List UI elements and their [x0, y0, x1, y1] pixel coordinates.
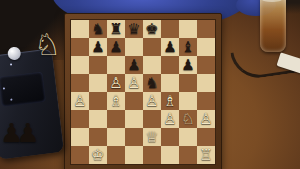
- square-e1[interactable]: [143, 146, 161, 164]
- photo-scene: ♞♜♛♚♟♟♟♝♟♟♙♙♞♙♗♙♗♙♘♙♕♔♖ ♘ ♟♟: [0, 0, 300, 169]
- square-b8[interactable]: ♞: [89, 20, 107, 38]
- square-e5[interactable]: ♞: [143, 74, 161, 92]
- white-bishop[interactable]: ♗: [109, 92, 122, 110]
- square-d3[interactable]: [125, 110, 143, 128]
- square-d6[interactable]: ♟: [125, 56, 143, 74]
- square-b3[interactable]: [89, 110, 107, 128]
- square-a8[interactable]: [71, 20, 89, 38]
- square-h3[interactable]: ♙: [197, 110, 215, 128]
- square-a2[interactable]: [71, 128, 89, 146]
- black-king[interactable]: ♚: [145, 20, 158, 38]
- square-f8[interactable]: [161, 20, 179, 38]
- square-c1[interactable]: [107, 146, 125, 164]
- square-c3[interactable]: [107, 110, 125, 128]
- clock-lever-button[interactable]: [7, 46, 21, 60]
- square-f6[interactable]: [161, 56, 179, 74]
- black-pawn[interactable]: ♟: [181, 56, 194, 74]
- square-d8[interactable]: ♛: [125, 20, 143, 38]
- white-pawn[interactable]: ♙: [199, 110, 212, 128]
- square-e3[interactable]: [143, 110, 161, 128]
- square-h6[interactable]: [197, 56, 215, 74]
- square-a1[interactable]: [71, 146, 89, 164]
- white-pawn[interactable]: ♙: [73, 92, 86, 110]
- square-h8[interactable]: [197, 20, 215, 38]
- drinking-glass: [260, 0, 286, 52]
- square-a4[interactable]: ♙: [71, 92, 89, 110]
- square-f7[interactable]: ♟: [161, 38, 179, 56]
- square-c2[interactable]: [107, 128, 125, 146]
- glass-rim: [262, 0, 282, 2]
- square-g7[interactable]: ♝: [179, 38, 197, 56]
- square-c7[interactable]: ♟: [107, 38, 125, 56]
- square-f2[interactable]: [161, 128, 179, 146]
- square-g4[interactable]: [179, 92, 197, 110]
- square-b4[interactable]: [89, 92, 107, 110]
- square-g1[interactable]: [179, 146, 197, 164]
- white-rook[interactable]: ♖: [199, 146, 212, 164]
- square-c4[interactable]: ♗: [107, 92, 125, 110]
- square-d5[interactable]: ♙: [125, 74, 143, 92]
- square-c6[interactable]: [107, 56, 125, 74]
- white-pawn[interactable]: ♙: [109, 74, 122, 92]
- square-g5[interactable]: [179, 74, 197, 92]
- white-pawn[interactable]: ♙: [127, 74, 140, 92]
- square-h2[interactable]: [197, 128, 215, 146]
- square-b1[interactable]: ♔: [89, 146, 107, 164]
- square-e6[interactable]: [143, 56, 161, 74]
- square-e4[interactable]: ♙: [143, 92, 161, 110]
- square-f1[interactable]: [161, 146, 179, 164]
- square-b2[interactable]: [89, 128, 107, 146]
- square-d1[interactable]: [125, 146, 143, 164]
- square-c5[interactable]: ♙: [107, 74, 125, 92]
- square-a6[interactable]: [71, 56, 89, 74]
- black-queen[interactable]: ♛: [127, 20, 140, 38]
- square-g6[interactable]: ♟: [179, 56, 197, 74]
- white-queen[interactable]: ♕: [145, 128, 158, 146]
- black-pawn[interactable]: ♟: [127, 56, 140, 74]
- white-bishop[interactable]: ♗: [163, 92, 176, 110]
- square-h4[interactable]: [197, 92, 215, 110]
- square-d4[interactable]: [125, 92, 143, 110]
- square-a3[interactable]: [71, 110, 89, 128]
- black-bishop[interactable]: ♝: [181, 38, 194, 56]
- square-h5[interactable]: [197, 74, 215, 92]
- chess-board-frame: ♞♜♛♚♟♟♟♝♟♟♙♙♞♙♗♙♗♙♘♙♕♔♖: [64, 13, 222, 169]
- black-knight[interactable]: ♞: [145, 74, 158, 92]
- white-pawn[interactable]: ♙: [163, 110, 176, 128]
- clock-display: [0, 72, 46, 107]
- captured-black-pawns: ♟♟: [0, 120, 33, 146]
- white-pawn[interactable]: ♙: [145, 92, 158, 110]
- square-e7[interactable]: [143, 38, 161, 56]
- black-rook[interactable]: ♜: [109, 20, 122, 38]
- square-d7[interactable]: [125, 38, 143, 56]
- chess-board: ♞♜♛♚♟♟♟♝♟♟♙♙♞♙♗♙♗♙♘♙♕♔♖: [70, 19, 216, 165]
- black-pawn[interactable]: ♟: [91, 38, 104, 56]
- square-h1[interactable]: ♖: [197, 146, 215, 164]
- square-f5[interactable]: [161, 74, 179, 92]
- square-g2[interactable]: [179, 128, 197, 146]
- white-knight[interactable]: ♘: [181, 110, 194, 128]
- square-a5[interactable]: [71, 74, 89, 92]
- square-d2[interactable]: [125, 128, 143, 146]
- square-b6[interactable]: [89, 56, 107, 74]
- square-b7[interactable]: ♟: [89, 38, 107, 56]
- square-c8[interactable]: ♜: [107, 20, 125, 38]
- square-f3[interactable]: ♙: [161, 110, 179, 128]
- square-h7[interactable]: [197, 38, 215, 56]
- square-e2[interactable]: ♕: [143, 128, 161, 146]
- captured-white-knight: ♘: [34, 30, 61, 60]
- black-knight[interactable]: ♞: [91, 20, 104, 38]
- square-g3[interactable]: ♘: [179, 110, 197, 128]
- square-g8[interactable]: [179, 20, 197, 38]
- black-pawn[interactable]: ♟: [163, 38, 176, 56]
- white-king[interactable]: ♔: [91, 146, 104, 164]
- black-pawn[interactable]: ♟: [109, 38, 122, 56]
- square-f4[interactable]: ♗: [161, 92, 179, 110]
- square-a7[interactable]: [71, 38, 89, 56]
- square-b5[interactable]: [89, 74, 107, 92]
- square-e8[interactable]: ♚: [143, 20, 161, 38]
